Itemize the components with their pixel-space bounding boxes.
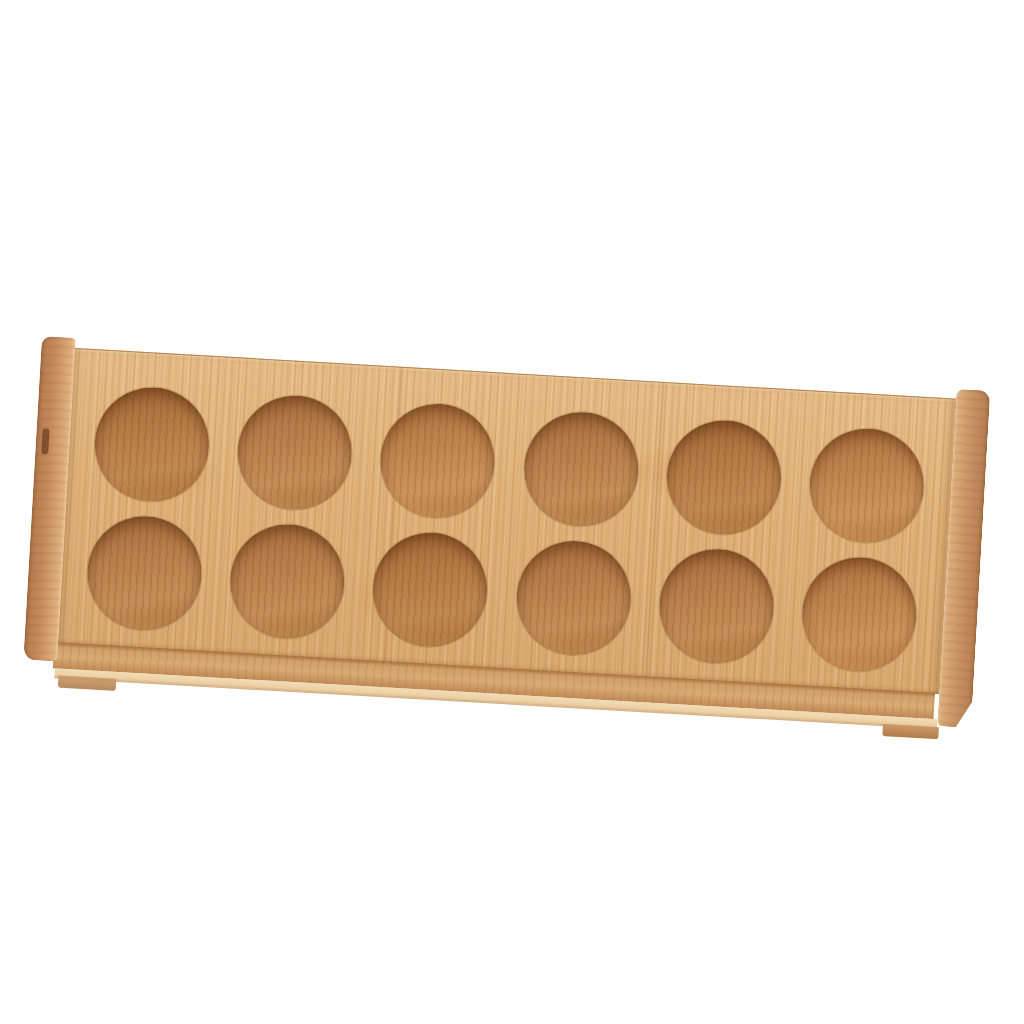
pit-cell: [792, 417, 943, 555]
pit-cell: [219, 384, 370, 522]
pit-south-6[interactable]: [799, 555, 919, 675]
mancala-tray: [22, 336, 991, 742]
tray-left-foot: [58, 676, 117, 691]
pit-cell: [784, 546, 935, 684]
pit-north-6[interactable]: [807, 425, 927, 545]
pit-north-2[interactable]: [235, 392, 355, 512]
pit-cell: [69, 505, 220, 643]
pit-south-1[interactable]: [84, 513, 204, 633]
pit-north-4[interactable]: [521, 409, 641, 529]
pit-north-1[interactable]: [91, 384, 211, 504]
pit-cell: [641, 538, 792, 676]
pit-north-3[interactable]: [378, 401, 498, 521]
product-photo-scene: [0, 0, 1024, 1024]
pit-south-3[interactable]: [370, 530, 490, 650]
tray-right-foot: [882, 724, 939, 739]
pit-grid: [54, 349, 958, 695]
pit-south-5[interactable]: [656, 546, 776, 666]
pit-south-2[interactable]: [227, 522, 347, 642]
pit-cell: [212, 513, 363, 651]
pit-cell: [649, 408, 800, 546]
pit-cell: [506, 400, 657, 538]
pit-cell: [363, 392, 514, 530]
pit-cell: [498, 530, 649, 668]
pit-cell: [76, 375, 227, 513]
pit-north-5[interactable]: [664, 417, 784, 537]
board-surface: [54, 348, 958, 695]
pit-cell: [355, 521, 506, 659]
endcap-slot-hole: [41, 428, 49, 454]
pit-south-4[interactable]: [513, 538, 633, 658]
